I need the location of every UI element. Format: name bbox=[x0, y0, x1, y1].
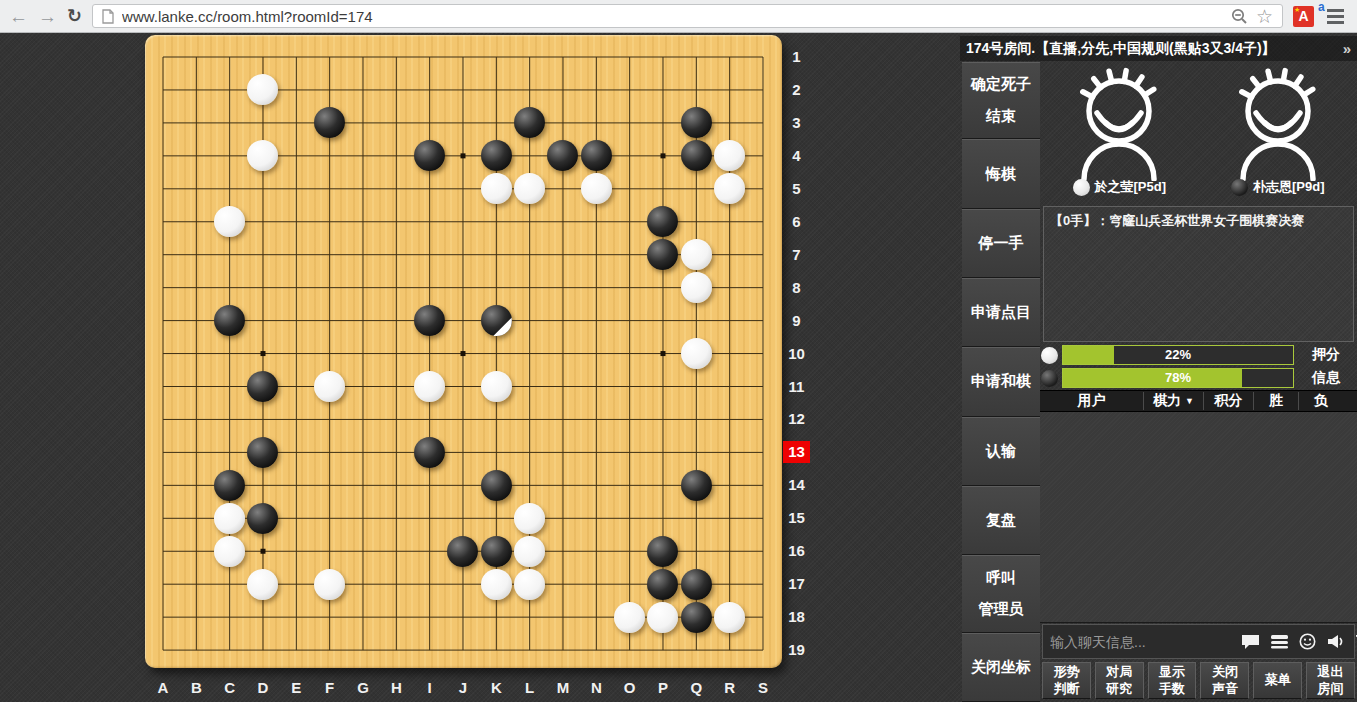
stone-white-I11 bbox=[414, 371, 445, 402]
col-label-N: N bbox=[585, 679, 607, 696]
show-move-numbers-button[interactable]: 显示手数 bbox=[1148, 662, 1197, 699]
table-header-4: 胜 bbox=[1253, 392, 1298, 410]
last-move-marker bbox=[481, 305, 512, 336]
col-label-G: G bbox=[352, 679, 374, 696]
call-admin-button[interactable]: 呼叫管理员 bbox=[962, 555, 1040, 632]
stone-black-C14 bbox=[214, 470, 245, 501]
bottom-buttons-row: 形势判断对局研究显示手数关闭声音菜单退出房间 bbox=[1040, 660, 1357, 702]
resign-button[interactable]: 认输 bbox=[962, 417, 1040, 486]
stone-black-Q3 bbox=[681, 107, 712, 138]
stone-white-L16 bbox=[514, 536, 545, 567]
player-white: 於之莹[P5d] bbox=[1040, 62, 1199, 206]
col-label-Q: Q bbox=[685, 679, 707, 696]
stone-white-N5 bbox=[581, 173, 612, 204]
row-label-17: 17 bbox=[783, 573, 810, 595]
row-label-12: 12 bbox=[783, 408, 810, 430]
stone-white-L15 bbox=[514, 503, 545, 534]
room-header: 174号房间.【直播,分先,中国规则(黑贴3又3/4子)】 » bbox=[960, 36, 1357, 61]
bet-bar-row-white: 22%押分 bbox=[1041, 345, 1354, 365]
stone-white-K17 bbox=[481, 569, 512, 600]
col-label-F: F bbox=[319, 679, 341, 696]
go-board[interactable] bbox=[145, 35, 782, 668]
stone-white-R18 bbox=[714, 602, 745, 633]
row-label-15: 15 bbox=[783, 507, 810, 529]
confirm-dead-stones-end-button[interactable]: 确定死子结束 bbox=[962, 62, 1040, 139]
player-stone-black-icon bbox=[1231, 179, 1248, 196]
user-table-header: 用户棋力 ▼积分胜负 bbox=[1040, 390, 1357, 412]
stone-white-Q10 bbox=[681, 338, 712, 369]
stone-white-F11 bbox=[314, 371, 345, 402]
collapse-chevron-icon[interactable]: » bbox=[1343, 40, 1351, 57]
room-page: 174号房间.【直播,分先,中国规则(黑贴3又3/4子)】 » 确定死子结束悔棋… bbox=[0, 33, 1357, 702]
stone-white-K11 bbox=[481, 371, 512, 402]
col-label-E: E bbox=[285, 679, 307, 696]
request-counting-button[interactable]: 申请点目 bbox=[962, 278, 1040, 347]
col-label-P: P bbox=[652, 679, 674, 696]
stone-white-Q8 bbox=[681, 272, 712, 303]
row-label-5: 5 bbox=[783, 178, 810, 200]
room-title: 174号房间.【直播,分先,中国规则(黑贴3又3/4子)】 bbox=[966, 40, 1276, 58]
stone-black-K4 bbox=[481, 140, 512, 171]
stone-black-N4 bbox=[581, 140, 612, 171]
col-label-R: R bbox=[719, 679, 741, 696]
reload-button[interactable]: ↻ bbox=[67, 5, 82, 27]
url-text[interactable]: www.lanke.cc/room.html?roomId=174 bbox=[122, 8, 1223, 25]
mute-sound-button[interactable]: 关闭声音 bbox=[1200, 662, 1249, 699]
info-link[interactable]: 信息 bbox=[1298, 369, 1354, 387]
avatar-smiley-icon bbox=[1069, 65, 1169, 181]
undo-move-button[interactable]: 悔棋 bbox=[962, 139, 1040, 208]
row-label-2: 2 bbox=[783, 79, 810, 101]
pass-button[interactable]: 停一手 bbox=[962, 209, 1040, 278]
bar-stone-white-icon bbox=[1041, 347, 1058, 364]
col-label-D: D bbox=[252, 679, 274, 696]
row-label-6: 6 bbox=[783, 211, 810, 233]
row-label-7: 7 bbox=[783, 244, 810, 266]
row-label-1: 1 bbox=[783, 46, 810, 68]
row-label-14: 14 bbox=[783, 474, 810, 496]
horn-icon[interactable] bbox=[1326, 634, 1345, 649]
row-label-18: 18 bbox=[783, 606, 810, 628]
game-research-button[interactable]: 对局研究 bbox=[1095, 662, 1144, 699]
stone-black-Q14 bbox=[681, 470, 712, 501]
stone-black-Q4 bbox=[681, 140, 712, 171]
game-action-buttons: 确定死子结束悔棋停一手申请点目申请和棋认输复盘呼叫管理员关闭坐标 bbox=[962, 62, 1040, 702]
stone-black-K14 bbox=[481, 470, 512, 501]
col-label-K: K bbox=[485, 679, 507, 696]
player-name-row: 朴志恩[P9d] bbox=[1231, 178, 1325, 196]
menu-hamburger-icon[interactable]: a bbox=[1324, 4, 1348, 28]
row-label-4: 4 bbox=[783, 145, 810, 167]
avatar-smiley-icon bbox=[1228, 65, 1328, 181]
chat-input-row bbox=[1042, 624, 1355, 659]
user-list[interactable] bbox=[1040, 412, 1357, 623]
stone-white-C16 bbox=[214, 536, 245, 567]
stone-black-K9 bbox=[481, 305, 512, 336]
stone-white-O18 bbox=[614, 602, 645, 633]
broadcast-message: 【0手】：穹窿山兵圣杯世界女子围棋赛决赛 bbox=[1050, 213, 1304, 228]
menu-button[interactable]: 菜单 bbox=[1253, 662, 1302, 699]
bookmark-star-icon[interactable]: ☆ bbox=[1256, 5, 1273, 28]
col-label-A: A bbox=[152, 679, 174, 696]
col-label-I: I bbox=[419, 679, 441, 696]
row-label-9: 9 bbox=[783, 310, 810, 332]
stone-white-C15 bbox=[214, 503, 245, 534]
row-label-16: 16 bbox=[783, 540, 810, 562]
player-name: 朴志恩[P9d] bbox=[1253, 178, 1325, 196]
row-label-3: 3 bbox=[783, 112, 810, 134]
row-label-8: 8 bbox=[783, 277, 810, 299]
table-header-2[interactable]: 棋力 ▼ bbox=[1143, 392, 1203, 410]
back-button[interactable]: ← bbox=[9, 7, 28, 26]
stack-icon[interactable] bbox=[1270, 634, 1289, 649]
stone-white-P18 bbox=[647, 602, 678, 633]
stone-white-D17 bbox=[247, 569, 278, 600]
col-label-S: S bbox=[752, 679, 774, 696]
player-name-row: 於之莹[P5d] bbox=[1073, 178, 1167, 196]
row-label-13-highlighted: 13 bbox=[783, 441, 810, 463]
translate-icon[interactable]: ★A bbox=[1293, 6, 1314, 27]
stone-white-L17 bbox=[514, 569, 545, 600]
toggle-coordinates-button[interactable]: 关闭坐标 bbox=[962, 633, 1040, 702]
bar-percent-label: 78% bbox=[1063, 369, 1293, 387]
col-label-J: J bbox=[452, 679, 474, 696]
sidebar-main-panel: 於之莹[P5d]朴志恩[P9d] 【0手】：穹窿山兵圣杯世界女子围棋赛决赛 22… bbox=[1040, 62, 1357, 702]
chat-input[interactable] bbox=[1050, 634, 1231, 650]
bar-percent-label: 22% bbox=[1063, 346, 1293, 364]
stone-black-K16 bbox=[481, 536, 512, 567]
stone-black-Q18 bbox=[681, 602, 712, 633]
table-header-1: 用户 bbox=[1040, 392, 1143, 410]
col-label-C: C bbox=[219, 679, 241, 696]
col-label-B: B bbox=[185, 679, 207, 696]
table-header-3: 积分 bbox=[1203, 392, 1253, 410]
exit-room-button[interactable]: 退出房间 bbox=[1306, 662, 1355, 699]
browser-toolbar: ← → ↻ www.lanke.cc/room.html?roomId=174 … bbox=[0, 0, 1357, 33]
bet-bar-black: 78% bbox=[1062, 368, 1294, 388]
player-black: 朴志恩[P9d] bbox=[1199, 62, 1357, 206]
address-bar[interactable]: www.lanke.cc/room.html?roomId=174 ☆ bbox=[92, 4, 1283, 28]
smiley-icon[interactable] bbox=[1299, 633, 1316, 650]
request-draw-button[interactable]: 申请和棋 bbox=[962, 347, 1040, 416]
players-area: 於之莹[P5d]朴志恩[P9d] bbox=[1040, 62, 1357, 206]
bet-bar-white: 22% bbox=[1062, 345, 1294, 365]
stone-black-Q17 bbox=[681, 569, 712, 600]
win-rate-bars: 22%押分78%信息 bbox=[1040, 342, 1357, 390]
stone-white-K5 bbox=[481, 173, 512, 204]
stone-white-Q7 bbox=[681, 239, 712, 270]
position-judge-button[interactable]: 形势判断 bbox=[1042, 662, 1091, 699]
superscript-a-icon: a bbox=[1318, 0, 1325, 14]
broadcast-box: 【0手】：穹窿山兵圣杯世界女子围棋赛决赛 bbox=[1043, 206, 1354, 342]
col-label-O: O bbox=[619, 679, 641, 696]
bar-stone-black-icon bbox=[1041, 370, 1058, 387]
stone-black-I13 bbox=[414, 437, 445, 468]
bet-points-link[interactable]: 押分 bbox=[1298, 346, 1354, 364]
forward-button[interactable]: → bbox=[38, 7, 57, 26]
col-label-M: M bbox=[552, 679, 574, 696]
page-icon bbox=[102, 9, 114, 24]
table-header-5: 负 bbox=[1298, 392, 1343, 410]
review-button[interactable]: 复盘 bbox=[962, 486, 1040, 555]
col-label-H: H bbox=[385, 679, 407, 696]
chat-bubble-icon[interactable] bbox=[1241, 634, 1260, 650]
translate-star-decoration: ★ bbox=[1294, 6, 1300, 14]
bet-bar-row-black: 78%信息 bbox=[1041, 368, 1354, 388]
sort-caret-icon: ▼ bbox=[1185, 396, 1194, 406]
row-label-19: 19 bbox=[783, 639, 810, 661]
row-label-11: 11 bbox=[783, 376, 810, 398]
player-stone-white-icon bbox=[1073, 179, 1090, 196]
row-label-10: 10 bbox=[783, 343, 810, 365]
stone-white-F17 bbox=[314, 569, 345, 600]
stone-black-P17 bbox=[647, 569, 678, 600]
search-zoom-icon[interactable] bbox=[1231, 8, 1248, 25]
col-label-L: L bbox=[519, 679, 541, 696]
player-name: 於之莹[P5d] bbox=[1095, 178, 1167, 196]
